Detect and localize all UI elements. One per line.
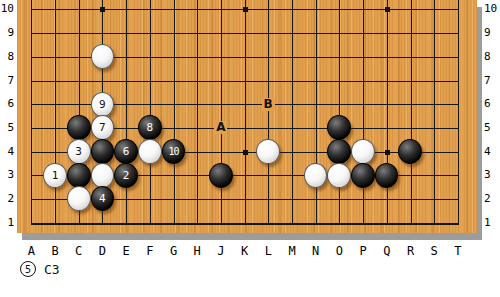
go-board[interactable]: 9783610124AB [17,0,477,233]
stone-black-e4[interactable]: 6 [114,139,138,164]
stone-white-d3[interactable] [91,163,115,188]
stone-white-l4[interactable] [256,139,280,164]
row-label-right-6: 6 [484,97,500,111]
stone-white-d6[interactable]: 9 [91,92,115,117]
point-label-b: B [262,98,275,111]
footnote-move-number: 5 [25,264,31,275]
stone-black-c3[interactable] [67,163,91,188]
col-label-h: H [187,244,207,258]
stone-black-p3[interactable] [351,163,375,188]
row-label-right-8: 8 [484,50,500,64]
col-label-p: P [353,244,373,258]
board-intersections: 9783610124AB [19,0,469,233]
stone-black-o4[interactable] [327,139,351,164]
row-label-right-7: 7 [484,74,500,88]
row-label-left-3: 3 [0,168,14,182]
stone-white-c2[interactable] [67,186,91,211]
col-label-j: J [211,244,231,258]
row-label-right-1: 1 [484,216,500,230]
row-label-right-5: 5 [484,121,500,135]
white-stone-move-icon: 5 [20,261,36,277]
stone-white-n3[interactable] [304,163,328,188]
row-label-left-9: 9 [0,26,14,40]
footnote-coordinate: C3 [44,262,60,277]
move-footnote: 5 C3 [20,259,60,279]
col-label-e: E [116,244,136,258]
stone-white-b3[interactable]: 1 [43,163,67,188]
row-label-left-1: 1 [0,216,14,230]
col-label-g: G [164,244,184,258]
row-label-left-2: 2 [0,192,14,206]
col-label-o: O [329,244,349,258]
stone-white-d8[interactable] [91,44,115,69]
stone-black-f5[interactable]: 8 [138,115,162,140]
col-label-l: L [258,244,278,258]
stone-white-p4[interactable] [351,139,375,164]
col-label-a: A [21,244,41,258]
row-label-right-10: 10 [484,2,500,16]
col-label-s: S [424,244,444,258]
stone-black-o5[interactable] [327,115,351,140]
stone-black-q3[interactable] [375,163,399,188]
row-label-left-8: 8 [0,50,14,64]
row-label-left-6: 6 [0,97,14,111]
col-label-b: B [45,244,65,258]
stone-black-j3[interactable] [209,163,233,188]
col-label-r: R [401,244,421,258]
stone-white-c4[interactable]: 3 [67,139,91,164]
col-label-d: D [92,244,112,258]
stone-black-d4[interactable] [91,139,115,164]
stone-black-d2[interactable]: 4 [91,186,115,211]
stone-black-g4[interactable]: 10 [162,139,186,164]
row-label-right-2: 2 [484,192,500,206]
col-label-n: N [306,244,326,258]
col-label-m: M [282,244,302,258]
go-diagram: 9783610124AB 1098765432110987654321ABCDE… [0,0,500,297]
row-label-left-10: 10 [0,2,14,16]
stone-black-c5[interactable] [67,115,91,140]
row-label-left-5: 5 [0,121,14,135]
stone-white-f4[interactable] [138,139,162,164]
col-label-t: T [448,244,468,258]
stone-black-r4[interactable] [398,139,422,164]
row-label-left-4: 4 [0,145,14,159]
row-label-right-4: 4 [484,145,500,159]
row-label-left-7: 7 [0,74,14,88]
row-label-right-9: 9 [484,26,500,40]
point-label-a: A [214,121,227,134]
col-label-c: C [69,244,89,258]
stone-black-e3[interactable]: 2 [114,163,138,188]
col-label-k: K [235,244,255,258]
row-label-right-3: 3 [484,168,500,182]
stone-white-o3[interactable] [327,163,351,188]
col-label-f: F [140,244,160,258]
col-label-q: Q [377,244,397,258]
stone-white-d5[interactable]: 7 [91,115,115,140]
